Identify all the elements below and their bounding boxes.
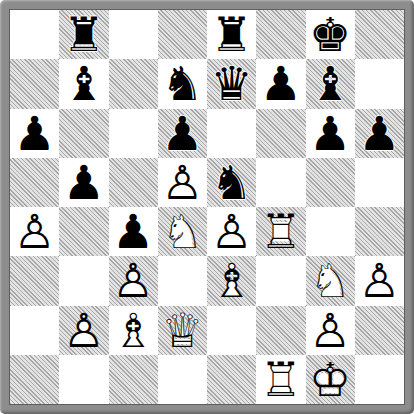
square-c7[interactable] — [109, 59, 158, 108]
square-f4[interactable]: ♜♖ — [256, 207, 305, 256]
white-pawn: ♙ — [10, 207, 59, 256]
square-c4[interactable]: ♟ — [109, 207, 158, 256]
square-a4[interactable]: ♟♙ — [10, 207, 59, 256]
square-a2[interactable] — [10, 306, 59, 355]
square-e5[interactable]: ♞ — [207, 158, 256, 207]
square-b3[interactable] — [59, 256, 108, 305]
black-pawn: ♟ — [109, 207, 158, 256]
square-h8[interactable] — [355, 10, 404, 59]
square-h3[interactable]: ♟♙ — [355, 256, 404, 305]
white-pawn: ♙ — [158, 158, 207, 207]
square-a8[interactable] — [10, 10, 59, 59]
square-g1[interactable]: ♚♔ — [306, 355, 355, 404]
square-f6[interactable] — [256, 109, 305, 158]
square-f5[interactable] — [256, 158, 305, 207]
square-f2[interactable] — [256, 306, 305, 355]
square-b8[interactable]: ♜ — [59, 10, 108, 59]
square-h1[interactable] — [355, 355, 404, 404]
white-queen: ♕ — [158, 306, 207, 355]
white-pawn-fill: ♟ — [208, 208, 256, 256]
square-a7[interactable] — [10, 59, 59, 108]
square-d3[interactable] — [158, 256, 207, 305]
square-d6[interactable]: ♟ — [158, 109, 207, 158]
white-knight: ♘ — [306, 256, 355, 305]
white-rook-fill: ♜ — [257, 355, 305, 403]
white-pawn: ♙ — [207, 207, 256, 256]
square-g5[interactable] — [306, 158, 355, 207]
black-king: ♚ — [306, 10, 355, 59]
black-knight: ♞ — [207, 158, 256, 207]
square-e6[interactable] — [207, 109, 256, 158]
square-h4[interactable] — [355, 207, 404, 256]
square-h5[interactable] — [355, 158, 404, 207]
white-pawn-fill: ♟ — [306, 306, 354, 354]
white-pawn-fill: ♟ — [11, 208, 59, 256]
square-e8[interactable]: ♜ — [207, 10, 256, 59]
square-b5[interactable]: ♟ — [59, 158, 108, 207]
square-c2[interactable]: ♝♗ — [109, 306, 158, 355]
square-h6[interactable]: ♟ — [355, 109, 404, 158]
square-g2[interactable]: ♟♙ — [306, 306, 355, 355]
square-e7[interactable]: ♛ — [207, 59, 256, 108]
square-g4[interactable] — [306, 207, 355, 256]
white-knight-fill: ♞ — [306, 257, 354, 305]
black-pawn: ♟ — [158, 109, 207, 158]
square-d1[interactable] — [158, 355, 207, 404]
white-bishop: ♗ — [109, 306, 158, 355]
black-pawn: ♟ — [355, 109, 404, 158]
square-b4[interactable] — [59, 207, 108, 256]
white-knight-fill: ♞ — [158, 208, 206, 256]
white-queen-fill: ♛ — [158, 306, 206, 354]
white-bishop-fill: ♝ — [109, 306, 157, 354]
white-pawn: ♙ — [355, 256, 404, 305]
square-g8[interactable]: ♚ — [306, 10, 355, 59]
square-g7[interactable]: ♝ — [306, 59, 355, 108]
white-pawn: ♙ — [109, 256, 158, 305]
white-pawn-fill: ♟ — [355, 257, 403, 305]
white-pawn-fill: ♟ — [158, 158, 206, 206]
square-e1[interactable] — [207, 355, 256, 404]
square-b7[interactable]: ♝ — [59, 59, 108, 108]
square-e2[interactable] — [207, 306, 256, 355]
square-d5[interactable]: ♟♙ — [158, 158, 207, 207]
white-knight: ♘ — [158, 207, 207, 256]
square-b1[interactable] — [59, 355, 108, 404]
black-bishop: ♝ — [59, 59, 108, 108]
square-b2[interactable]: ♟♙ — [59, 306, 108, 355]
black-pawn: ♟ — [306, 109, 355, 158]
square-f3[interactable] — [256, 256, 305, 305]
square-d4[interactable]: ♞♘ — [158, 207, 207, 256]
chess-diagram-frame: ♜♜♚♝♞♛♟♝♟♟♟♟♟♟♙♞♟♙♟♞♘♟♙♜♖♟♙♝♗♞♘♟♙♟♙♝♗♛♕♟… — [0, 0, 414, 414]
square-c5[interactable] — [109, 158, 158, 207]
white-pawn: ♙ — [306, 306, 355, 355]
square-c1[interactable] — [109, 355, 158, 404]
square-h7[interactable] — [355, 59, 404, 108]
square-a3[interactable] — [10, 256, 59, 305]
black-bishop: ♝ — [306, 59, 355, 108]
white-pawn-fill: ♟ — [60, 306, 108, 354]
square-f8[interactable] — [256, 10, 305, 59]
white-bishop: ♗ — [207, 256, 256, 305]
square-c3[interactable]: ♟♙ — [109, 256, 158, 305]
black-queen: ♛ — [207, 59, 256, 108]
square-a6[interactable]: ♟ — [10, 109, 59, 158]
black-knight: ♞ — [158, 59, 207, 108]
square-f7[interactable]: ♟ — [256, 59, 305, 108]
square-e4[interactable]: ♟♙ — [207, 207, 256, 256]
square-h2[interactable] — [355, 306, 404, 355]
white-rook-fill: ♜ — [257, 208, 305, 256]
square-b6[interactable] — [59, 109, 108, 158]
black-pawn: ♟ — [256, 59, 305, 108]
white-bishop-fill: ♝ — [208, 257, 256, 305]
square-g6[interactable]: ♟ — [306, 109, 355, 158]
black-pawn: ♟ — [59, 158, 108, 207]
square-d7[interactable]: ♞ — [158, 59, 207, 108]
square-f1[interactable]: ♜♖ — [256, 355, 305, 404]
white-pawn: ♙ — [59, 306, 108, 355]
square-a5[interactable] — [10, 158, 59, 207]
black-pawn: ♟ — [10, 109, 59, 158]
white-king-fill: ♚ — [306, 355, 354, 403]
square-e3[interactable]: ♝♗ — [207, 256, 256, 305]
white-rook: ♖ — [256, 355, 305, 404]
square-c6[interactable] — [109, 109, 158, 158]
black-rook: ♜ — [207, 10, 256, 59]
square-d2[interactable]: ♛♕ — [158, 306, 207, 355]
square-a1[interactable] — [10, 355, 59, 404]
chess-board: ♜♜♚♝♞♛♟♝♟♟♟♟♟♟♙♞♟♙♟♞♘♟♙♜♖♟♙♝♗♞♘♟♙♟♙♝♗♛♕♟… — [10, 10, 404, 404]
square-d8[interactable] — [158, 10, 207, 59]
white-king: ♔ — [306, 355, 355, 404]
square-g3[interactable]: ♞♘ — [306, 256, 355, 305]
black-rook: ♜ — [59, 10, 108, 59]
white-pawn-fill: ♟ — [109, 257, 157, 305]
square-c8[interactable] — [109, 10, 158, 59]
white-rook: ♖ — [256, 207, 305, 256]
